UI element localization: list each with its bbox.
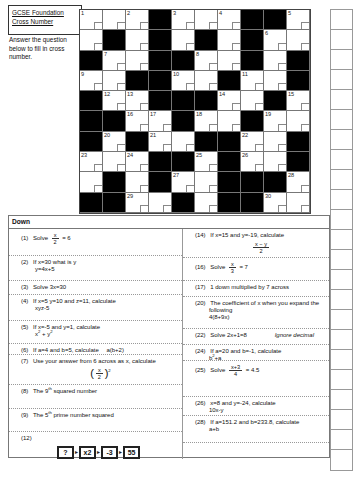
clue-9: (9) The 5th prime number squared — [9, 409, 182, 432]
black-cell — [287, 71, 310, 91]
grid-cell — [218, 111, 241, 131]
grid-cell: 16 — [126, 111, 149, 131]
grid-cell — [287, 193, 310, 213]
cell-clue-number: 4 — [219, 10, 222, 16]
clue-4: (4) If x=5 y=10 and z=11, calculate xyz-… — [9, 295, 182, 321]
clue-25: (25) Solve x+34 = 4.5 — [183, 361, 329, 397]
grid-cell: 5 — [287, 10, 310, 30]
cell-clue-number: 5 — [288, 10, 291, 16]
black-cell — [103, 30, 126, 50]
grid-cell — [264, 132, 287, 152]
grid-cell: 14 — [218, 91, 241, 111]
flow-box-unknown: ? — [57, 446, 74, 459]
clue-17: (17) 1 down multiplied by 7 across — [183, 281, 329, 297]
cell-clue-number: 10 — [173, 71, 179, 77]
cell-clue-number: 23 — [81, 152, 87, 158]
black-cell — [172, 152, 195, 172]
black-cell — [218, 193, 241, 213]
answer-corner-box — [278, 83, 286, 90]
black-cell — [195, 132, 218, 152]
black-cell — [149, 10, 172, 30]
grid-cell: 26 — [241, 152, 264, 172]
working-strip-cell — [331, 370, 352, 390]
fraction: x3 — [229, 261, 236, 274]
grid-cell: 3 — [172, 10, 195, 30]
grid-cell — [218, 51, 241, 71]
working-strip-cell — [331, 90, 352, 110]
grid-cell: 9 — [80, 71, 103, 91]
grid-cell — [195, 172, 218, 192]
grid-cell — [80, 30, 103, 50]
answer-corner-box — [94, 43, 102, 50]
grid-cell — [103, 10, 126, 30]
cell-clue-number: 3 — [173, 10, 176, 16]
cell-clue-number: 18 — [196, 111, 202, 117]
black-cell — [103, 172, 126, 192]
black-cell — [264, 172, 287, 192]
answer-corner-box — [209, 205, 217, 212]
black-cell — [103, 111, 126, 131]
cross-number-grid: 1234567891011121314151617181920212223242… — [79, 9, 311, 214]
working-strip-cell — [331, 10, 352, 30]
answer-corner-box — [140, 124, 148, 131]
grid-cell: 12 — [103, 91, 126, 111]
grid-cell: 2 — [126, 10, 149, 30]
grid-cell: 6 — [264, 30, 287, 50]
clue-column-right: (14) If x=15 and y=-19, calculate x − y2… — [183, 229, 329, 459]
grid-cell: 20 — [103, 132, 126, 152]
black-cell — [126, 71, 149, 91]
answer-corner-box — [255, 83, 263, 90]
black-cell — [218, 132, 241, 152]
working-strip-cell — [331, 150, 352, 170]
answer-corner-box — [278, 43, 286, 50]
answer-corner-box — [209, 83, 217, 90]
fraction: x − y2 — [253, 241, 269, 254]
grid-cell: 28 — [287, 172, 310, 192]
black-cell — [241, 111, 264, 131]
grid-cell — [264, 51, 287, 71]
answer-corner-box — [186, 22, 194, 29]
cell-clue-number: 19 — [265, 111, 271, 117]
clue-table: Down (1) Solve x2 = 6 (2) If x=30 what i… — [8, 215, 330, 458]
grid-cell — [80, 172, 103, 192]
cell-clue-number: 8 — [196, 51, 199, 57]
cell-clue-number: 24 — [127, 152, 133, 158]
grid-cell — [103, 152, 126, 172]
clue-16: (16) Solve x3 = 7 — [183, 258, 329, 281]
grid-cell: 11 — [241, 71, 264, 91]
answer-corner-box — [301, 124, 309, 131]
black-cell — [80, 51, 103, 71]
grid-cell — [126, 51, 149, 71]
answer-corner-box — [232, 124, 240, 131]
cell-clue-number: 17 — [150, 111, 156, 117]
grid-cell: 10 — [172, 71, 195, 91]
grid-cell: 7 — [103, 51, 126, 71]
grid-cell: 15 — [287, 91, 310, 111]
answer-corner-box — [94, 22, 102, 29]
cell-clue-number: 1 — [81, 10, 84, 16]
grid-cell — [241, 91, 264, 111]
black-cell — [126, 132, 149, 152]
answer-corner-box — [140, 205, 148, 212]
fraction: x2 — [96, 367, 103, 380]
grid-cell: 30 — [264, 193, 287, 213]
cell-clue-number: 2 — [127, 10, 130, 16]
grid-cell — [264, 71, 287, 91]
cell-clue-number: 13 — [127, 91, 133, 97]
grid-cell: 18 — [195, 111, 218, 131]
answer-corner-box — [209, 164, 217, 171]
answer-corner-box — [278, 164, 286, 171]
black-cell — [103, 193, 126, 213]
grid-cell: 24 — [126, 152, 149, 172]
working-strip-cell — [331, 270, 352, 290]
grid-cell: 1 — [80, 10, 103, 30]
working-strip-cell — [331, 430, 352, 450]
answer-corner-box — [163, 144, 171, 151]
title-box: GCSE Foundation Cross Number — [8, 5, 82, 35]
cell-clue-number: 26 — [242, 152, 248, 158]
cell-clue-number: 15 — [288, 91, 294, 97]
black-cell — [80, 111, 103, 131]
black-cell — [218, 172, 241, 192]
answer-corner-box — [209, 22, 217, 29]
grid-cell — [195, 193, 218, 213]
answer-corner-box — [140, 43, 148, 50]
grid-cell — [195, 71, 218, 91]
grid-cell — [149, 193, 172, 213]
arrow-icon: ▸ — [75, 449, 78, 456]
working-strip — [330, 9, 353, 471]
answer-corner-box — [186, 83, 194, 90]
answer-corner-box — [209, 185, 217, 192]
black-cell — [195, 30, 218, 50]
clue-24: (24) If a=20 and b=-1, calculate b2+a — [183, 345, 329, 361]
black-cell — [80, 193, 103, 213]
grid-cell: 25 — [195, 152, 218, 172]
answer-corner-box — [278, 144, 286, 151]
answer-corner-box — [94, 185, 102, 192]
black-cell — [241, 193, 264, 213]
fraction: x+34 — [229, 364, 242, 377]
cell-clue-number: 7 — [104, 51, 107, 57]
cell-clue-number: 25 — [196, 152, 202, 158]
clue-1: (1) Solve x2 = 6 — [9, 229, 182, 256]
answer-corner-box — [301, 103, 309, 110]
clue-5: (5) If x=-5 and y=1, calculate x2 + y2 — [9, 321, 182, 344]
flow-box-times2: x2 — [79, 446, 96, 459]
grid-cell — [172, 132, 195, 152]
working-strip-cell — [331, 110, 352, 130]
answer-corner-box — [278, 124, 286, 131]
black-cell — [287, 152, 310, 172]
cell-clue-number: 29 — [127, 193, 133, 199]
cell-clue-number: 27 — [173, 172, 179, 178]
grid-cell: 8 — [195, 51, 218, 71]
working-strip-cell — [331, 410, 352, 430]
answer-corner-box — [117, 63, 125, 70]
answer-corner-box — [117, 144, 125, 151]
black-cell — [172, 91, 195, 111]
flow-box-result: 55 — [123, 446, 140, 459]
answer-corner-box — [301, 43, 309, 50]
answer-corner-box — [301, 205, 309, 212]
working-strip-cell — [331, 390, 352, 410]
grid-cell: 21 — [149, 132, 172, 152]
black-cell — [149, 172, 172, 192]
clue-8: (8) The 9th squared number — [9, 385, 182, 409]
cell-clue-number: 16 — [127, 111, 133, 117]
cell-clue-number: 21 — [150, 132, 156, 138]
answer-corner-box — [232, 63, 240, 70]
grid-cell — [218, 30, 241, 50]
answer-corner-box — [163, 205, 171, 212]
answer-corner-box — [255, 144, 263, 151]
black-cell — [80, 132, 103, 152]
cell-clue-number: 11 — [242, 71, 248, 77]
grid-cell — [103, 71, 126, 91]
flow-diagram: ? ▸ x2 ▸ -3 ▸ 55 — [57, 446, 180, 459]
answer-corner-box — [140, 22, 148, 29]
working-strip-cell — [331, 130, 352, 150]
black-cell — [172, 111, 195, 131]
grid-cell — [264, 152, 287, 172]
working-strip-cell — [331, 290, 352, 310]
black-cell — [195, 91, 218, 111]
working-strip-cell — [331, 210, 352, 230]
grid-cell — [126, 172, 149, 192]
black-cell — [241, 51, 264, 71]
answer-corner-box — [232, 43, 240, 50]
cell-clue-number: 12 — [104, 91, 110, 97]
cell-clue-number: 22 — [242, 132, 248, 138]
answer-corner-box — [117, 103, 125, 110]
clue-22: (22) Solve 2x+1=8 Ignore decimal — [183, 329, 329, 345]
answer-corner-box — [140, 164, 148, 171]
worksheet-page: GCSE Foundation Cross Number Answer the … — [0, 0, 354, 500]
answer-corner-box — [278, 205, 286, 212]
grid-cell: 29 — [126, 193, 149, 213]
cell-clue-number: 28 — [288, 172, 294, 178]
black-cell — [287, 132, 310, 152]
answer-corner-box — [255, 164, 263, 171]
answer-corner-box — [209, 124, 217, 131]
black-cell — [264, 91, 287, 111]
answer-corner-box — [301, 22, 309, 29]
grid-cell: 13 — [126, 91, 149, 111]
answer-corner-box — [117, 22, 125, 29]
black-cell — [287, 51, 310, 71]
black-cell — [149, 30, 172, 50]
grid-cell: 4 — [218, 10, 241, 30]
clue-7: (7) Use your answer from 6 across as x, … — [9, 355, 182, 385]
black-cell — [149, 71, 172, 91]
cell-clue-number: 9 — [81, 71, 84, 77]
answer-corner-box — [94, 164, 102, 171]
clue-20: (20) The coefficient of x when you expan… — [183, 297, 329, 329]
working-strip-cell — [331, 310, 352, 330]
answer-corner-box — [140, 185, 148, 192]
clue-column-left: (1) Solve x2 = 6 (2) If x=30 what is y y… — [9, 229, 183, 459]
answer-corner-box — [186, 185, 194, 192]
answer-corner-box — [209, 63, 217, 70]
answer-corner-box — [232, 22, 240, 29]
fraction: x2 — [52, 232, 59, 245]
black-cell — [264, 10, 287, 30]
answer-corner-box — [186, 144, 194, 151]
clue-14: (14) If x=15 and y=-19, calculate x − y2 — [183, 229, 329, 258]
instruction-text: Answer the question below to fill in cro… — [9, 36, 75, 62]
arrow-icon: ▸ — [119, 449, 122, 456]
working-strip-cell — [331, 50, 352, 70]
cell-clue-number: 30 — [265, 193, 271, 199]
clue-28: (28) If a=151.2 and b=233.8, calculate a… — [183, 416, 329, 443]
grid-cell — [287, 111, 310, 131]
answer-corner-box — [117, 164, 125, 171]
answer-corner-box — [94, 83, 102, 90]
answer-corner-box — [117, 83, 125, 90]
grid-cell — [172, 30, 195, 50]
working-strip-cell — [331, 230, 352, 250]
black-cell — [218, 152, 241, 172]
cell-clue-number: 6 — [265, 30, 268, 36]
clue-2: (2) If x=30 what is y y=4x+5 — [9, 256, 182, 281]
answer-corner-box — [186, 43, 194, 50]
grid-cell: 27 — [172, 172, 195, 192]
working-strip-cell — [331, 250, 352, 270]
working-strip-cell — [331, 170, 352, 190]
black-cell — [218, 71, 241, 91]
black-cell — [149, 91, 172, 111]
grid-cell: 22 — [241, 132, 264, 152]
working-strip-cell — [331, 450, 352, 470]
answer-corner-box — [140, 103, 148, 110]
grid-cell: 17 — [149, 111, 172, 131]
black-cell — [149, 152, 172, 172]
working-strip-cell — [331, 30, 352, 50]
black-cell — [80, 91, 103, 111]
cell-clue-number: 14 — [219, 91, 225, 97]
answer-corner-box — [163, 124, 171, 131]
answer-corner-box — [140, 63, 148, 70]
black-cell — [241, 30, 264, 50]
black-cell — [172, 51, 195, 71]
flow-box-minus3: -3 — [101, 446, 118, 459]
black-cell — [241, 172, 264, 192]
clue-12: (12) ? ▸ x2 ▸ -3 ▸ 55 — [9, 432, 182, 459]
black-cell — [149, 51, 172, 71]
answer-corner-box — [278, 63, 286, 70]
clue-6: (6) If a=4 and b=5, calculate a(b+2) — [9, 344, 182, 355]
working-strip-cell — [331, 330, 352, 350]
working-strip-cell — [331, 190, 352, 210]
answer-corner-box — [232, 103, 240, 110]
arrow-icon: ▸ — [97, 449, 100, 456]
page-title: GCSE Foundation — [12, 8, 78, 17]
black-cell — [172, 193, 195, 213]
working-strip-cell — [331, 350, 352, 370]
grid-cell: 23 — [80, 152, 103, 172]
black-cell — [241, 10, 264, 30]
clue-row-empty — [183, 443, 329, 459]
cell-clue-number: 20 — [104, 132, 110, 138]
clue-26: (26) x=8 and y=-24, calculate 10x-y — [183, 397, 329, 416]
grid-cell — [126, 30, 149, 50]
page-subtitle: Cross Number — [12, 17, 78, 26]
clue-3: (3) Solve 3x=30 — [9, 281, 182, 295]
grid-cell — [195, 10, 218, 30]
answer-corner-box — [301, 185, 309, 192]
answer-corner-box — [255, 103, 263, 110]
clues-header: Down — [9, 216, 329, 229]
grid-cell — [287, 30, 310, 50]
grid-cell: 19 — [264, 111, 287, 131]
working-strip-cell — [331, 70, 352, 90]
